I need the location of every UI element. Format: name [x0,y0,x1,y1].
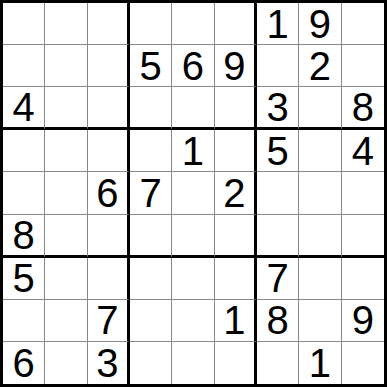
cell-r3c4[interactable] [130,87,172,130]
cell-r3c6[interactable] [215,87,257,130]
cell-r4c7: 5 [257,130,299,172]
cell-r7c5[interactable] [172,258,214,300]
cell-r8c5[interactable] [172,300,214,342]
cell-r3c1: 4 [3,87,45,130]
cell-r2c3[interactable] [88,45,130,87]
cell-r8c1[interactable] [3,300,45,342]
cell-r2c1[interactable] [3,45,45,87]
cell-r6c2[interactable] [45,215,87,258]
cell-r9c3: 3 [88,342,130,384]
cell-r9c4[interactable] [130,342,172,384]
cell-r5c9[interactable] [342,172,384,214]
sudoku-board: 1956924381546728577189631 [0,0,387,387]
cell-r8c7: 8 [257,300,299,342]
cell-r6c3[interactable] [88,215,130,258]
cell-r3c3[interactable] [88,87,130,130]
cell-r2c5: 6 [172,45,214,87]
cell-r3c9: 8 [342,87,384,130]
cell-r9c7[interactable] [257,342,299,384]
cell-r1c2[interactable] [45,3,87,45]
cell-r2c6: 9 [215,45,257,87]
cell-r7c8[interactable] [299,258,341,300]
cell-r1c4[interactable] [130,3,172,45]
cell-r9c6[interactable] [215,342,257,384]
cell-r7c9[interactable] [342,258,384,300]
cell-r7c6[interactable] [215,258,257,300]
cell-r6c4[interactable] [130,215,172,258]
cell-r2c7[interactable] [257,45,299,87]
cell-r1c6[interactable] [215,3,257,45]
cell-r4c4[interactable] [130,130,172,172]
cell-r5c8[interactable] [299,172,341,214]
cell-r1c3[interactable] [88,3,130,45]
cell-r9c9[interactable] [342,342,384,384]
cell-r3c2[interactable] [45,87,87,130]
cell-r1c9[interactable] [342,3,384,45]
cell-r4c9: 4 [342,130,384,172]
cell-r5c3: 6 [88,172,130,214]
cell-r8c6: 1 [215,300,257,342]
cell-r7c1: 5 [3,258,45,300]
cell-r5c4: 7 [130,172,172,214]
cell-r5c7[interactable] [257,172,299,214]
cell-r1c8: 9 [299,3,341,45]
cell-r2c9[interactable] [342,45,384,87]
cell-r4c8[interactable] [299,130,341,172]
cell-r8c4[interactable] [130,300,172,342]
cell-r9c8: 1 [299,342,341,384]
cell-r7c7: 7 [257,258,299,300]
cell-r2c2[interactable] [45,45,87,87]
cell-r4c6[interactable] [215,130,257,172]
cell-r6c7[interactable] [257,215,299,258]
cell-r9c2[interactable] [45,342,87,384]
cell-r2c8: 2 [299,45,341,87]
cell-r4c5: 1 [172,130,214,172]
cell-r5c5[interactable] [172,172,214,214]
cell-r1c1[interactable] [3,3,45,45]
cell-r6c1: 8 [3,215,45,258]
cell-r8c9: 9 [342,300,384,342]
cell-r5c6: 2 [215,172,257,214]
cell-r5c1[interactable] [3,172,45,214]
cell-r7c4[interactable] [130,258,172,300]
cell-r8c3: 7 [88,300,130,342]
cell-r5c2[interactable] [45,172,87,214]
cell-r3c5[interactable] [172,87,214,130]
cell-r3c8[interactable] [299,87,341,130]
cell-r1c5[interactable] [172,3,214,45]
cell-r2c4: 5 [130,45,172,87]
cell-r9c5[interactable] [172,342,214,384]
cell-r3c7: 3 [257,87,299,130]
cell-r7c3[interactable] [88,258,130,300]
cell-r8c2[interactable] [45,300,87,342]
cell-r4c3[interactable] [88,130,130,172]
cell-r9c1: 6 [3,342,45,384]
cell-r6c8[interactable] [299,215,341,258]
cell-r1c7: 1 [257,3,299,45]
cell-r6c9[interactable] [342,215,384,258]
cell-r4c1[interactable] [3,130,45,172]
cell-r6c6[interactable] [215,215,257,258]
cell-r4c2[interactable] [45,130,87,172]
cell-r7c2[interactable] [45,258,87,300]
cell-r6c5[interactable] [172,215,214,258]
cell-r8c8[interactable] [299,300,341,342]
